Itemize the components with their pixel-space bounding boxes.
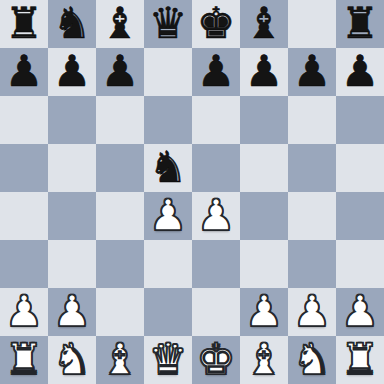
white-knight[interactable]: ♞ <box>53 335 92 383</box>
white-pawn[interactable]: ♟ <box>293 287 332 335</box>
square-a2[interactable]: ♟ <box>0 288 48 336</box>
square-f1[interactable]: ♝ <box>240 336 288 384</box>
square-g2[interactable]: ♟ <box>288 288 336 336</box>
white-bishop[interactable]: ♝ <box>101 335 140 383</box>
square-d6[interactable] <box>144 96 192 144</box>
square-a1[interactable]: ♜ <box>0 336 48 384</box>
square-h4[interactable] <box>336 192 384 240</box>
square-a3[interactable] <box>0 240 48 288</box>
square-b4[interactable] <box>48 192 96 240</box>
square-c4[interactable] <box>96 192 144 240</box>
square-d1[interactable]: ♛ <box>144 336 192 384</box>
black-queen[interactable]: ♛ <box>149 0 188 47</box>
square-g6[interactable] <box>288 96 336 144</box>
square-c6[interactable] <box>96 96 144 144</box>
square-g1[interactable]: ♞ <box>288 336 336 384</box>
square-d8[interactable]: ♛ <box>144 0 192 48</box>
square-e6[interactable] <box>192 96 240 144</box>
chess-board: ♜♞♝♛♚♝♜♟♟♟♟♟♟♟♞♟♟♟♟♟♟♟♜♞♝♛♚♝♞♜ <box>0 0 384 384</box>
white-knight[interactable]: ♞ <box>293 335 332 383</box>
square-e5[interactable] <box>192 144 240 192</box>
square-a8[interactable]: ♜ <box>0 0 48 48</box>
square-g3[interactable] <box>288 240 336 288</box>
black-pawn[interactable]: ♟ <box>101 47 140 95</box>
black-pawn[interactable]: ♟ <box>5 47 44 95</box>
white-pawn[interactable]: ♟ <box>341 287 380 335</box>
square-d7[interactable] <box>144 48 192 96</box>
square-b8[interactable]: ♞ <box>48 0 96 48</box>
square-a6[interactable] <box>0 96 48 144</box>
square-f4[interactable] <box>240 192 288 240</box>
white-queen[interactable]: ♛ <box>149 335 188 383</box>
black-pawn[interactable]: ♟ <box>245 47 284 95</box>
square-h6[interactable] <box>336 96 384 144</box>
square-h2[interactable]: ♟ <box>336 288 384 336</box>
square-d2[interactable] <box>144 288 192 336</box>
square-c7[interactable]: ♟ <box>96 48 144 96</box>
square-f5[interactable] <box>240 144 288 192</box>
square-e4[interactable]: ♟ <box>192 192 240 240</box>
black-rook[interactable]: ♜ <box>5 0 44 47</box>
square-d5[interactable]: ♞ <box>144 144 192 192</box>
black-pawn[interactable]: ♟ <box>53 47 92 95</box>
square-h8[interactable]: ♜ <box>336 0 384 48</box>
square-a5[interactable] <box>0 144 48 192</box>
square-b5[interactable] <box>48 144 96 192</box>
white-rook[interactable]: ♜ <box>341 335 380 383</box>
black-bishop[interactable]: ♝ <box>101 0 140 47</box>
square-e7[interactable]: ♟ <box>192 48 240 96</box>
black-pawn[interactable]: ♟ <box>341 47 380 95</box>
square-f2[interactable]: ♟ <box>240 288 288 336</box>
white-king[interactable]: ♚ <box>197 335 236 383</box>
square-e1[interactable]: ♚ <box>192 336 240 384</box>
square-e8[interactable]: ♚ <box>192 0 240 48</box>
square-f3[interactable] <box>240 240 288 288</box>
square-h7[interactable]: ♟ <box>336 48 384 96</box>
square-f8[interactable]: ♝ <box>240 0 288 48</box>
square-g8[interactable] <box>288 0 336 48</box>
square-h1[interactable]: ♜ <box>336 336 384 384</box>
white-pawn[interactable]: ♟ <box>197 191 236 239</box>
square-a4[interactable] <box>0 192 48 240</box>
square-c1[interactable]: ♝ <box>96 336 144 384</box>
white-bishop[interactable]: ♝ <box>245 335 284 383</box>
black-knight[interactable]: ♞ <box>149 143 188 191</box>
white-pawn[interactable]: ♟ <box>5 287 44 335</box>
square-b3[interactable] <box>48 240 96 288</box>
square-g5[interactable] <box>288 144 336 192</box>
square-f6[interactable] <box>240 96 288 144</box>
square-b2[interactable]: ♟ <box>48 288 96 336</box>
square-e3[interactable] <box>192 240 240 288</box>
black-king[interactable]: ♚ <box>197 0 236 47</box>
white-pawn[interactable]: ♟ <box>245 287 284 335</box>
square-c5[interactable] <box>96 144 144 192</box>
white-pawn[interactable]: ♟ <box>53 287 92 335</box>
black-pawn[interactable]: ♟ <box>293 47 332 95</box>
black-bishop[interactable]: ♝ <box>245 0 284 47</box>
square-b7[interactable]: ♟ <box>48 48 96 96</box>
square-b6[interactable] <box>48 96 96 144</box>
white-rook[interactable]: ♜ <box>5 335 44 383</box>
square-d3[interactable] <box>144 240 192 288</box>
black-knight[interactable]: ♞ <box>53 0 92 47</box>
square-d4[interactable]: ♟ <box>144 192 192 240</box>
square-c2[interactable] <box>96 288 144 336</box>
square-h5[interactable] <box>336 144 384 192</box>
white-pawn[interactable]: ♟ <box>149 191 188 239</box>
square-b1[interactable]: ♞ <box>48 336 96 384</box>
square-f7[interactable]: ♟ <box>240 48 288 96</box>
black-pawn[interactable]: ♟ <box>197 47 236 95</box>
square-g4[interactable] <box>288 192 336 240</box>
square-c8[interactable]: ♝ <box>96 0 144 48</box>
square-h3[interactable] <box>336 240 384 288</box>
square-a7[interactable]: ♟ <box>0 48 48 96</box>
square-g7[interactable]: ♟ <box>288 48 336 96</box>
black-rook[interactable]: ♜ <box>341 0 380 47</box>
square-e2[interactable] <box>192 288 240 336</box>
square-c3[interactable] <box>96 240 144 288</box>
